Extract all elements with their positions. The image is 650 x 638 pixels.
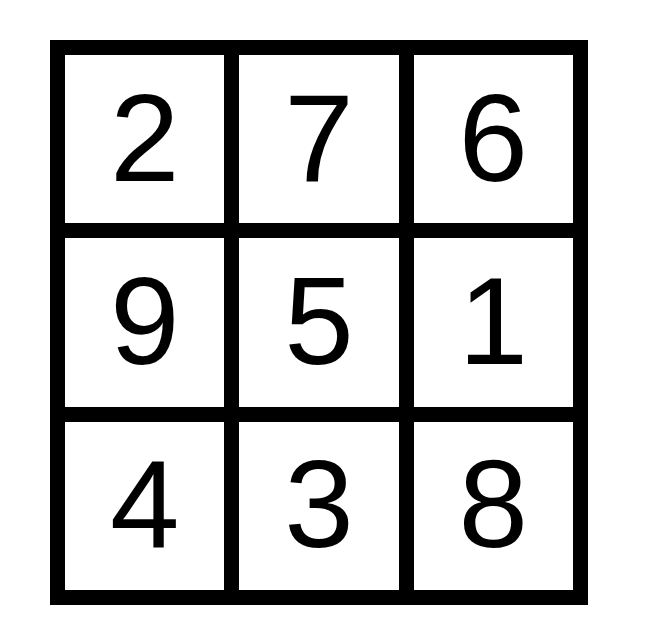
cell-r2c3: 1 <box>414 238 573 406</box>
cell-r2c1: 9 <box>65 238 224 406</box>
cell-r3c3: 8 <box>414 422 573 590</box>
cell-value: 3 <box>284 441 354 566</box>
cell-value: 6 <box>459 75 529 200</box>
cell-r3c1: 4 <box>65 422 224 590</box>
cell-r2c2: 5 <box>239 238 398 406</box>
cell-value: 1 <box>459 258 529 383</box>
cell-value: 2 <box>110 75 180 200</box>
cell-value: 7 <box>284 75 354 200</box>
cell-value: 5 <box>284 258 354 383</box>
cell-value: 9 <box>110 258 180 383</box>
magic-square-board: 2 7 6 9 5 1 4 3 8 <box>50 40 588 605</box>
cell-r3c2: 3 <box>239 422 398 590</box>
cell-r1c3: 6 <box>414 55 573 223</box>
cell-r1c1: 2 <box>65 55 224 223</box>
cell-r1c2: 7 <box>239 55 398 223</box>
cell-value: 4 <box>110 441 180 566</box>
cell-value: 8 <box>459 441 529 566</box>
